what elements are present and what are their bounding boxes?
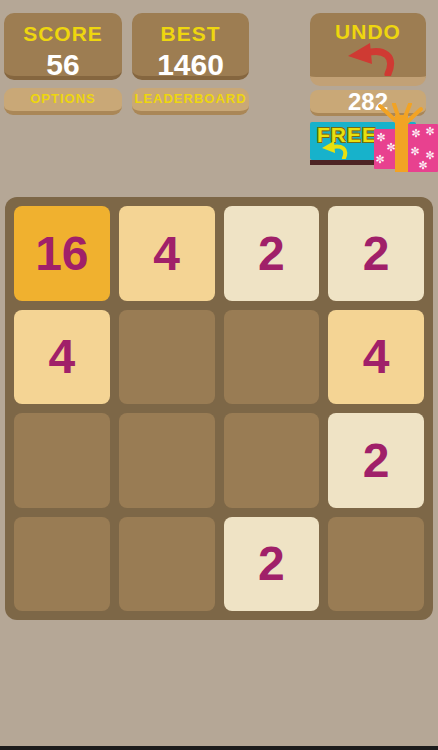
tile-2: 2 <box>224 206 320 301</box>
score-panel: SCORE 56 <box>4 13 122 80</box>
tile-4: 4 <box>119 206 215 301</box>
empty-cell <box>14 413 110 508</box>
score-label: SCORE <box>4 22 122 46</box>
tile-4: 4 <box>14 310 110 405</box>
empty-cell <box>119 413 215 508</box>
best-value: 1460 <box>132 48 249 82</box>
tile-2: 2 <box>328 206 424 301</box>
empty-cell <box>14 517 110 612</box>
svg-text:✼: ✼ <box>410 145 419 158</box>
svg-text:✼: ✼ <box>418 159 427 172</box>
best-label: BEST <box>132 22 249 46</box>
empty-cell <box>224 413 320 508</box>
options-label: OPTIONS <box>30 91 96 106</box>
gift-icon[interactable]: ✼✼ ✼ ✼✼ ✼✼ ✼ <box>366 103 438 173</box>
svg-text:✼: ✼ <box>376 131 385 144</box>
bottom-edge <box>0 746 438 750</box>
undo-label: UNDO <box>310 20 426 44</box>
tile-4: 4 <box>328 310 424 405</box>
game-screen: SCORE 56 BEST 1460 UNDO OPTIONS LEADERBO… <box>0 0 438 750</box>
undo-arrow-icon <box>332 42 404 76</box>
svg-text:✼: ✼ <box>386 141 395 154</box>
svg-text:✼: ✼ <box>375 153 384 166</box>
score-value: 56 <box>4 48 122 82</box>
leaderboard-button[interactable]: LEADERBOARD <box>132 88 249 115</box>
undo-button[interactable]: UNDO <box>310 13 426 86</box>
leaderboard-label: LEADERBOARD <box>134 91 246 106</box>
board-grid[interactable]: 164224422 <box>5 197 433 620</box>
svg-text:✼: ✼ <box>425 125 434 138</box>
empty-cell <box>119 310 215 405</box>
svg-text:✼: ✼ <box>411 127 420 140</box>
tile-2: 2 <box>328 413 424 508</box>
tile-16: 16 <box>14 206 110 301</box>
tile-2: 2 <box>224 517 320 612</box>
best-panel: BEST 1460 <box>132 13 249 80</box>
empty-cell <box>328 517 424 612</box>
free-arrow-icon <box>318 141 352 159</box>
empty-cell <box>119 517 215 612</box>
options-button[interactable]: OPTIONS <box>4 88 122 115</box>
empty-cell <box>224 310 320 405</box>
